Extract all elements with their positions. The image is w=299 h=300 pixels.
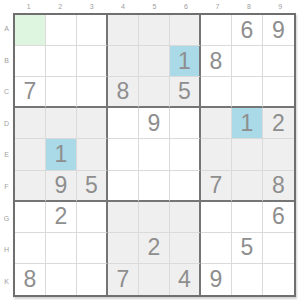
cell-K4[interactable]: 7 [108,264,139,295]
cell-D9[interactable]: 2 [263,108,294,139]
row-label-G: G [0,202,13,234]
cell-D5[interactable]: 9 [139,108,170,139]
cell-G4[interactable] [108,202,139,233]
cell-C8[interactable] [232,77,263,108]
cell-E6[interactable] [170,139,201,170]
cell-K7[interactable]: 9 [201,264,232,295]
col-label-9: 9 [265,0,296,13]
col-label-1: 1 [13,0,44,13]
cell-C5[interactable] [139,77,170,108]
cell-B9[interactable] [263,46,294,77]
column-labels: 123456789 [13,0,296,13]
col-label-7: 7 [202,0,233,13]
cell-K1[interactable]: 8 [15,264,46,295]
cell-A7[interactable] [201,15,232,46]
cell-H5[interactable]: 2 [139,233,170,264]
cell-E8[interactable] [232,139,263,170]
cell-F7[interactable]: 7 [201,171,232,202]
cell-A9[interactable]: 9 [263,15,294,46]
cell-C2[interactable] [46,77,77,108]
cell-H6[interactable] [170,233,201,264]
cell-F4[interactable] [108,171,139,202]
cell-G7[interactable] [201,202,232,233]
cell-H2[interactable] [46,233,77,264]
col-label-3: 3 [76,0,107,13]
cell-H9[interactable] [263,233,294,264]
row-label-B: B [0,45,13,77]
col-label-4: 4 [107,0,138,13]
cell-K9[interactable] [263,264,294,295]
cell-A5[interactable] [139,15,170,46]
cell-F9[interactable]: 8 [263,171,294,202]
cell-H8[interactable]: 5 [232,233,263,264]
cell-B1[interactable] [15,46,46,77]
cell-B8[interactable] [232,46,263,77]
cell-G6[interactable] [170,202,201,233]
cell-B3[interactable] [77,46,108,77]
cell-F8[interactable] [232,171,263,202]
cell-D2[interactable] [46,108,77,139]
cell-E3[interactable] [77,139,108,170]
cell-F6[interactable] [170,171,201,202]
cell-A6[interactable] [170,15,201,46]
cell-G5[interactable] [139,202,170,233]
cell-D4[interactable] [108,108,139,139]
row-label-H: H [0,234,13,266]
row-label-F: F [0,171,13,203]
cell-B7[interactable]: 8 [201,46,232,77]
col-label-6: 6 [170,0,201,13]
col-label-8: 8 [233,0,264,13]
cell-F1[interactable] [15,171,46,202]
cell-F3[interactable]: 5 [77,171,108,202]
cell-A4[interactable] [108,15,139,46]
cell-C9[interactable] [263,77,294,108]
cell-K5[interactable] [139,264,170,295]
cell-K2[interactable] [46,264,77,295]
cell-G8[interactable] [232,202,263,233]
cell-C3[interactable] [77,77,108,108]
cell-F2[interactable]: 9 [46,171,77,202]
cell-A1[interactable] [15,15,46,46]
cell-H1[interactable] [15,233,46,264]
row-labels: ABCDEFGHK [0,13,13,297]
cell-A3[interactable] [77,15,108,46]
cell-K8[interactable] [232,264,263,295]
cell-E9[interactable] [263,139,294,170]
cell-G9[interactable]: 6 [263,202,294,233]
cell-F5[interactable] [139,171,170,202]
row-label-K: K [0,265,13,297]
cell-E4[interactable] [108,139,139,170]
row-label-D: D [0,108,13,140]
cell-D1[interactable] [15,108,46,139]
cell-B5[interactable] [139,46,170,77]
cell-B6[interactable]: 1 [170,46,201,77]
cell-G3[interactable] [77,202,108,233]
cell-H7[interactable] [201,233,232,264]
cell-K3[interactable] [77,264,108,295]
cell-E1[interactable] [15,139,46,170]
cell-H3[interactable] [77,233,108,264]
cell-E5[interactable] [139,139,170,170]
cell-D6[interactable] [170,108,201,139]
cell-C1[interactable]: 7 [15,77,46,108]
cell-C4[interactable]: 8 [108,77,139,108]
row-label-A: A [0,13,13,45]
cell-E2[interactable]: 1 [46,139,77,170]
cell-A2[interactable] [46,15,77,46]
cell-E7[interactable] [201,139,232,170]
cell-C6[interactable]: 5 [170,77,201,108]
cell-A8[interactable]: 6 [232,15,263,46]
col-label-2: 2 [44,0,75,13]
cell-D7[interactable] [201,108,232,139]
cell-D8[interactable]: 1 [232,108,263,139]
row-label-E: E [0,139,13,171]
sudoku-board: 69187859121957826258749 [13,13,296,297]
cell-B2[interactable] [46,46,77,77]
cell-B4[interactable] [108,46,139,77]
cell-K6[interactable]: 4 [170,264,201,295]
cell-H4[interactable] [108,233,139,264]
cell-G2[interactable]: 2 [46,202,77,233]
cell-C7[interactable] [201,77,232,108]
cell-D3[interactable] [77,108,108,139]
sudoku-app: 123456789 ABCDEFGHK 69187859121957826258… [0,0,299,300]
row-label-C: C [0,76,13,108]
cell-G1[interactable] [15,202,46,233]
col-label-5: 5 [139,0,170,13]
